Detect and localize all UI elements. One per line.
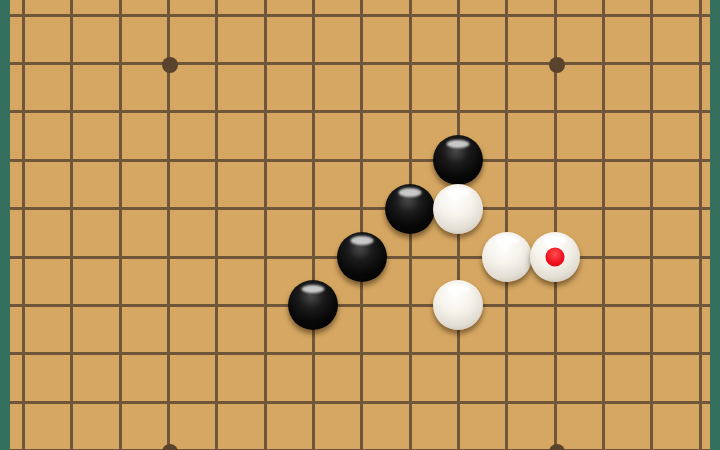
white-stone-last-move — [530, 232, 580, 282]
stone-highlight — [447, 140, 470, 149]
white-stone — [433, 280, 483, 330]
white-stone — [482, 232, 532, 282]
white-stone — [433, 184, 483, 234]
stone-highlight — [495, 236, 518, 245]
black-stone — [433, 135, 483, 185]
stones-layer — [10, 0, 710, 450]
board-surface[interactable] — [10, 0, 710, 450]
table-surface-left — [0, 0, 10, 450]
stone-highlight — [350, 236, 373, 245]
stone-highlight — [447, 188, 470, 197]
last-move-marker — [546, 247, 565, 266]
table-surface-right — [710, 0, 720, 450]
stone-highlight — [399, 188, 422, 197]
stone-highlight — [302, 285, 325, 294]
black-stone — [288, 280, 338, 330]
black-stone — [337, 232, 387, 282]
black-stone — [385, 184, 435, 234]
stone-highlight — [544, 236, 567, 245]
stone-highlight — [447, 285, 470, 294]
goban-board[interactable] — [0, 0, 720, 450]
